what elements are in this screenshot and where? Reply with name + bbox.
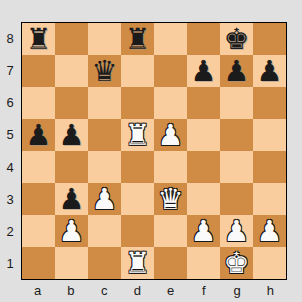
square-h1[interactable] (253, 247, 286, 279)
file-label-f: f (187, 280, 220, 300)
rank-label-3: 3 (0, 183, 20, 215)
white-queen-icon: ♛ (158, 183, 184, 215)
square-a3[interactable] (22, 183, 55, 215)
rank-label-1: 1 (0, 248, 20, 280)
square-f8[interactable] (187, 23, 220, 55)
file-label-g: g (221, 280, 254, 300)
square-b8[interactable] (55, 23, 88, 55)
black-pawn-icon: ♟ (257, 55, 283, 87)
black-pawn-icon: ♟ (59, 183, 85, 215)
rank-labels: 87654321 (0, 22, 20, 280)
file-label-a: a (21, 280, 54, 300)
square-h6[interactable] (253, 87, 286, 119)
square-b7[interactable] (55, 55, 88, 87)
black-rook-icon: ♜ (26, 23, 52, 55)
square-e4[interactable] (154, 151, 187, 183)
file-labels: abcdefgh (21, 280, 287, 300)
black-king-icon: ♚ (224, 23, 250, 55)
square-h7[interactable]: ♟ (253, 55, 286, 87)
square-f6[interactable] (187, 87, 220, 119)
square-f4[interactable] (187, 151, 220, 183)
white-pawn-icon: ♟ (59, 215, 85, 247)
square-d2[interactable] (121, 215, 154, 247)
square-e1[interactable] (154, 247, 187, 279)
file-label-h: h (254, 280, 287, 300)
rank-label-4: 4 (0, 151, 20, 183)
square-h5[interactable] (253, 119, 286, 151)
square-b2[interactable]: ♟ (55, 215, 88, 247)
square-a6[interactable] (22, 87, 55, 119)
black-pawn-icon: ♟ (224, 55, 250, 87)
square-g2[interactable]: ♟ (220, 215, 253, 247)
white-pawn-icon: ♟ (257, 215, 283, 247)
square-g5[interactable] (220, 119, 253, 151)
square-g1[interactable]: ♚ (220, 247, 253, 279)
square-c2[interactable] (88, 215, 121, 247)
square-h8[interactable] (253, 23, 286, 55)
square-g7[interactable]: ♟ (220, 55, 253, 87)
square-c1[interactable] (88, 247, 121, 279)
square-a5[interactable]: ♟ (22, 119, 55, 151)
square-e2[interactable] (154, 215, 187, 247)
square-a4[interactable] (22, 151, 55, 183)
white-pawn-icon: ♟ (224, 215, 250, 247)
chess-app-window: 87654321 ♜♜♚♛♟♟♟♟♟♜♟♟♟♛♟♟♟♟♜♚ abcdefgh (0, 0, 302, 302)
square-c7[interactable]: ♛ (88, 55, 121, 87)
file-label-d: d (121, 280, 154, 300)
black-pawn-icon: ♟ (191, 55, 217, 87)
square-c4[interactable] (88, 151, 121, 183)
square-g3[interactable] (220, 183, 253, 215)
rank-label-6: 6 (0, 87, 20, 119)
square-f2[interactable]: ♟ (187, 215, 220, 247)
square-d4[interactable] (121, 151, 154, 183)
black-pawn-icon: ♟ (59, 119, 85, 151)
square-h4[interactable] (253, 151, 286, 183)
square-b4[interactable] (55, 151, 88, 183)
square-c8[interactable] (88, 23, 121, 55)
rank-label-7: 7 (0, 54, 20, 86)
square-c5[interactable] (88, 119, 121, 151)
square-a7[interactable] (22, 55, 55, 87)
square-d5[interactable]: ♜ (121, 119, 154, 151)
square-g4[interactable] (220, 151, 253, 183)
square-d8[interactable]: ♜ (121, 23, 154, 55)
square-h3[interactable] (253, 183, 286, 215)
file-label-b: b (54, 280, 87, 300)
square-e5[interactable]: ♟ (154, 119, 187, 151)
rank-label-2: 2 (0, 216, 20, 248)
rank-label-8: 8 (0, 22, 20, 54)
square-a2[interactable] (22, 215, 55, 247)
square-h2[interactable]: ♟ (253, 215, 286, 247)
square-a1[interactable] (22, 247, 55, 279)
square-c3[interactable]: ♟ (88, 183, 121, 215)
square-d1[interactable]: ♜ (121, 247, 154, 279)
square-d3[interactable] (121, 183, 154, 215)
square-g8[interactable]: ♚ (220, 23, 253, 55)
square-g6[interactable] (220, 87, 253, 119)
square-c6[interactable] (88, 87, 121, 119)
file-label-e: e (154, 280, 187, 300)
black-queen-icon: ♛ (92, 55, 118, 87)
square-a8[interactable]: ♜ (22, 23, 55, 55)
square-e6[interactable] (154, 87, 187, 119)
white-rook-icon: ♜ (125, 119, 151, 151)
square-f7[interactable]: ♟ (187, 55, 220, 87)
white-pawn-icon: ♟ (92, 183, 118, 215)
black-rook-icon: ♜ (125, 23, 151, 55)
square-e8[interactable] (154, 23, 187, 55)
square-b3[interactable]: ♟ (55, 183, 88, 215)
white-pawn-icon: ♟ (158, 119, 184, 151)
square-e7[interactable] (154, 55, 187, 87)
white-rook-icon: ♜ (125, 247, 151, 279)
file-label-c: c (88, 280, 121, 300)
square-f1[interactable] (187, 247, 220, 279)
square-d7[interactable] (121, 55, 154, 87)
white-pawn-icon: ♟ (191, 215, 217, 247)
white-king-icon: ♚ (224, 247, 250, 279)
square-f3[interactable] (187, 183, 220, 215)
square-e3[interactable]: ♛ (154, 183, 187, 215)
rank-label-5: 5 (0, 119, 20, 151)
black-pawn-icon: ♟ (26, 119, 52, 151)
square-f5[interactable] (187, 119, 220, 151)
chess-board: ♜♜♚♛♟♟♟♟♟♜♟♟♟♛♟♟♟♟♜♚ (21, 22, 287, 280)
square-b1[interactable] (55, 247, 88, 279)
square-d6[interactable] (121, 87, 154, 119)
square-b6[interactable] (55, 87, 88, 119)
square-b5[interactable]: ♟ (55, 119, 88, 151)
